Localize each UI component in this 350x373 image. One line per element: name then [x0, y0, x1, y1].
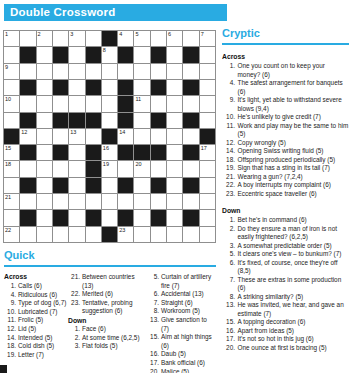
cryptic-across-list: 1.One you count on to keep your money? (…	[222, 62, 349, 198]
clue: 16.Daub (5)	[147, 350, 216, 359]
black-cell	[86, 210, 101, 225]
clue-text: He was invited, we hear, and gave an est…	[238, 301, 350, 318]
clue-text: It clears one's view – to bunkum? (7)	[238, 250, 350, 259]
clue: 6.It's fixed, of course, once they're of…	[222, 259, 349, 276]
clue-number: 18.	[4, 342, 16, 351]
white-cell[interactable]	[37, 227, 52, 242]
clue: 21.Between countries (13)	[68, 273, 147, 290]
black-cell	[151, 178, 166, 193]
clue-text: Flat folds (5)	[82, 342, 147, 351]
clue-text: Merited (6)	[82, 290, 147, 299]
clue-number: 14.	[4, 334, 16, 343]
black-cell	[118, 96, 133, 111]
black-cell	[151, 80, 166, 95]
white-cell[interactable]	[102, 194, 117, 209]
white-cell[interactable]	[69, 210, 84, 225]
white-cell[interactable]	[134, 210, 149, 225]
clue-number: 1.	[68, 325, 80, 334]
cell-number: 12	[21, 129, 27, 136]
clue-number: 12.	[222, 139, 235, 148]
clue-number: 19.	[4, 351, 16, 360]
white-cell[interactable]	[53, 96, 68, 111]
clue: 17.It's not so hot in this jug (6)	[222, 335, 349, 344]
white-cell[interactable]: 5	[134, 31, 149, 46]
cell-number: 11	[135, 96, 141, 103]
cryptic-across-label: Across	[222, 53, 349, 60]
cell-number: 10	[5, 96, 11, 103]
black-cell	[183, 145, 198, 160]
white-cell[interactable]	[69, 161, 84, 176]
black-cell	[118, 145, 133, 160]
clue-text: At some time (6,2,5)	[82, 334, 147, 343]
white-cell[interactable]	[134, 227, 149, 242]
clue-text: Daub (5)	[161, 350, 216, 359]
cell-number: 9	[5, 64, 8, 71]
cell-number: 6	[168, 31, 171, 38]
cell-number: 20	[135, 161, 141, 168]
clue-number: 1.	[4, 282, 16, 291]
black-cell	[53, 113, 68, 128]
white-cell[interactable]	[69, 80, 84, 95]
clue: 15.A topping decoration (6)	[222, 318, 349, 327]
white-cell[interactable]	[200, 80, 215, 95]
clue-number: 20.	[147, 368, 159, 373]
clue: 20.One ounce at first is bracing (5)	[222, 344, 349, 353]
white-cell[interactable]	[167, 113, 182, 128]
black-cell	[20, 113, 35, 128]
white-cell[interactable]	[102, 178, 117, 193]
white-cell[interactable]	[200, 96, 215, 111]
clue: 23.Eccentric space traveller (6)	[222, 190, 349, 199]
white-cell[interactable]	[37, 96, 52, 111]
clue-number: 11.	[4, 316, 16, 325]
white-cell[interactable]	[167, 161, 182, 176]
black-cell	[20, 178, 35, 193]
white-cell[interactable]	[151, 227, 166, 242]
white-cell[interactable]: 1	[4, 31, 19, 46]
clue: 19.Sign that has a sting in its tail (7)	[222, 164, 349, 173]
cell-number: 7	[201, 31, 204, 38]
white-cell[interactable]	[200, 64, 215, 79]
white-cell[interactable]	[151, 161, 166, 176]
white-cell[interactable]: 2	[37, 31, 52, 46]
white-cell[interactable]	[53, 64, 68, 79]
clue: 8.Workroom (5)	[147, 307, 216, 316]
white-cell[interactable]: 10	[4, 96, 19, 111]
clue-number: 4.	[222, 79, 235, 96]
white-cell[interactable]	[200, 210, 215, 225]
clue-number: 23.	[222, 190, 235, 199]
white-cell[interactable]	[134, 47, 149, 62]
white-cell[interactable]	[151, 96, 166, 111]
white-cell[interactable]	[69, 194, 84, 209]
clue-text: Give sanction to (7)	[161, 316, 216, 333]
clue-number: 7.	[147, 299, 159, 308]
clue-number: 14.	[222, 147, 235, 156]
clue-number: 10.	[222, 113, 235, 122]
white-cell[interactable]	[37, 161, 52, 176]
white-cell[interactable]	[86, 64, 101, 79]
cell-number: 21	[5, 194, 11, 201]
clue-number: 18.	[222, 156, 235, 165]
clue-text: It's fixed, of course, once they're off …	[238, 259, 350, 276]
white-cell[interactable]: 19	[102, 161, 117, 176]
clue-number: 22.	[68, 290, 80, 299]
clue-number: 19.	[222, 164, 235, 173]
clue-text: Bet he's in command (6)	[238, 216, 350, 225]
white-cell[interactable]	[134, 178, 149, 193]
quick-heading: Quick	[4, 249, 216, 267]
white-cell[interactable]: 11	[134, 96, 149, 111]
white-cell[interactable]	[53, 161, 68, 176]
clue: 13.Give sanction to (7)	[147, 316, 216, 333]
white-cell[interactable]	[167, 227, 182, 242]
white-cell[interactable]	[200, 227, 215, 242]
clue: 12.Lid (5)	[4, 325, 68, 334]
cell-number: 22	[5, 227, 11, 234]
black-cell	[86, 113, 101, 128]
white-cell[interactable]	[69, 96, 84, 111]
cryptic-panel: Cryptic Across 1.One you count on to kee…	[222, 27, 349, 352]
white-cell[interactable]	[20, 64, 35, 79]
clue: 23.Tentative, probing suggestion (6)	[68, 299, 147, 316]
clue: 18.Cold dish (5)	[4, 342, 68, 351]
black-cell	[53, 210, 68, 225]
cell-number: 18	[5, 161, 11, 168]
white-cell[interactable]	[37, 145, 52, 160]
clue-text: Letter (7)	[18, 351, 68, 360]
white-cell[interactable]	[200, 113, 215, 128]
white-cell[interactable]	[86, 31, 101, 46]
clue-text: The safest arrangement for banquets (6)	[238, 79, 350, 96]
clue: 11.Work and play may be the same to him …	[222, 122, 349, 139]
clue-number: 20.	[222, 344, 235, 353]
clue-text: One ounce at first is bracing (5)	[238, 344, 350, 353]
clue-number: 3.	[222, 242, 235, 251]
white-cell[interactable]	[167, 129, 182, 144]
white-cell[interactable]	[37, 129, 52, 144]
white-cell[interactable]	[200, 47, 215, 62]
clue: 7.These are extras in some production (6…	[222, 276, 349, 293]
white-cell[interactable]: 7	[200, 31, 215, 46]
clue-number: 5.	[147, 273, 159, 290]
white-cell[interactable]	[53, 129, 68, 144]
white-cell[interactable]: 12	[20, 129, 35, 144]
black-cell	[183, 113, 198, 128]
clue-text: Bank official (6)	[161, 359, 216, 368]
white-cell[interactable]	[134, 129, 149, 144]
white-cell[interactable]	[20, 161, 35, 176]
white-cell[interactable]	[183, 129, 198, 144]
white-cell[interactable]	[200, 194, 215, 209]
cell-number: 14	[119, 129, 125, 136]
black-cell	[86, 80, 101, 95]
white-cell[interactable]	[134, 194, 149, 209]
clue-number: 22.	[222, 181, 235, 190]
white-cell[interactable]	[167, 80, 182, 95]
black-cell	[118, 210, 133, 225]
clue-text: These are extras in some production (6)	[238, 276, 350, 293]
cell-number: 13	[70, 129, 76, 136]
clue-text: Do they ensure a man of iron is not easi…	[238, 225, 350, 242]
cell-number: 15	[5, 145, 11, 152]
clue-text: Face (6)	[82, 325, 147, 334]
clue-number: 16.	[222, 327, 235, 336]
white-cell[interactable]	[118, 64, 133, 79]
clue-text: Between countries (13)	[82, 273, 147, 290]
white-cell[interactable]	[69, 227, 84, 242]
white-cell[interactable]: 8	[102, 47, 117, 62]
clue: 9.Type of dog (6,7)	[4, 299, 68, 308]
clue-text: Wearing a gun? (7,2,4)	[238, 173, 350, 182]
white-cell[interactable]	[167, 178, 182, 193]
white-cell[interactable]	[20, 194, 35, 209]
white-cell[interactable]	[200, 161, 215, 176]
white-cell[interactable]	[37, 210, 52, 225]
clue-text: He's unlikely to give credit (7)	[238, 113, 350, 122]
white-cell[interactable]	[37, 178, 52, 193]
white-cell[interactable]	[151, 129, 166, 144]
clue: 4.The safest arrangement for banquets (6…	[222, 79, 349, 96]
white-cell[interactable]: 18	[4, 161, 19, 176]
title-bar: Double Crossword	[4, 4, 227, 21]
white-cell[interactable]	[167, 210, 182, 225]
clue-number: 6.	[147, 290, 159, 299]
clue: 13.He was invited, we hear, and gave an …	[222, 301, 349, 318]
clue-number: 8.	[222, 293, 235, 302]
white-cell[interactable]	[102, 113, 117, 128]
white-cell[interactable]	[102, 64, 117, 79]
clue-number: 9.	[4, 299, 16, 308]
white-cell[interactable]: 21	[4, 194, 19, 209]
white-cell[interactable]	[86, 227, 101, 242]
black-cell	[118, 178, 133, 193]
clue: 3.A somewhat predictable order (5)	[222, 242, 349, 251]
clue-number: 12.	[4, 325, 16, 334]
clue: 15.Aim at high things (6)	[147, 333, 216, 350]
clue: 20.Malice (5)	[147, 368, 216, 373]
white-cell[interactable]	[167, 96, 182, 111]
cell-number: 2	[38, 31, 41, 38]
crossword-grid[interactable]: 1234567891011121314151617181920212223	[3, 30, 216, 243]
clue-number: 9.	[222, 96, 235, 113]
white-cell[interactable]	[183, 96, 198, 111]
black-cell	[183, 178, 198, 193]
black-cell	[102, 31, 117, 46]
black-cell	[69, 113, 84, 128]
white-cell[interactable]	[4, 47, 19, 62]
white-cell[interactable]: 14	[118, 129, 133, 144]
white-cell[interactable]	[53, 227, 68, 242]
white-cell[interactable]	[20, 31, 35, 46]
black-cell	[118, 113, 133, 128]
white-cell[interactable]	[134, 80, 149, 95]
white-cell[interactable]	[102, 210, 117, 225]
white-cell[interactable]	[102, 80, 117, 95]
white-cell[interactable]	[20, 96, 35, 111]
white-cell[interactable]	[53, 31, 68, 46]
clue: 5.Curtain of artillery fire (7)	[147, 273, 216, 290]
cryptic-down-label: Down	[222, 207, 349, 214]
clue-text: A somewhat predictable order (5)	[238, 242, 350, 251]
clue-text: Calls (6)	[18, 282, 68, 291]
white-cell[interactable]	[69, 145, 84, 160]
clue: 9.It's light, yet able to withstand seve…	[222, 96, 349, 113]
white-cell[interactable]	[69, 178, 84, 193]
white-cell[interactable]	[4, 80, 19, 95]
clue-number: 7.	[222, 276, 235, 293]
white-cell[interactable]	[102, 96, 117, 111]
black-cell	[20, 47, 35, 62]
clue-text: Straight (6)	[161, 299, 216, 308]
clue: 16.Apart from ideas (5)	[222, 327, 349, 336]
white-cell[interactable]: 3	[69, 31, 84, 46]
white-cell[interactable]	[69, 47, 84, 62]
white-cell[interactable]	[86, 194, 101, 209]
white-cell[interactable]	[134, 64, 149, 79]
black-cell	[4, 129, 19, 144]
black-cell	[102, 227, 117, 242]
white-cell[interactable]	[167, 194, 182, 209]
white-cell[interactable]: 13	[69, 129, 84, 144]
clue-text: Eccentric space traveller (6)	[238, 190, 350, 199]
white-cell[interactable]	[37, 64, 52, 79]
black-cell	[151, 47, 166, 62]
white-cell[interactable]	[151, 64, 166, 79]
quick-down-list: 1.Face (6)2.At some time (6,2,5)3.Flat f…	[68, 325, 147, 351]
clue-text: It's light, yet able to withstand severe…	[238, 96, 350, 113]
clue: 10.Lubricated (7)	[4, 308, 68, 317]
clue: 1.Calls (6)	[4, 282, 68, 291]
white-cell[interactable]	[118, 161, 133, 176]
white-cell[interactable]	[183, 161, 198, 176]
clue: 2.Do they ensure a man of iron is not ea…	[222, 225, 349, 242]
white-cell[interactable]	[118, 194, 133, 209]
clue-text: A topping decoration (6)	[238, 318, 350, 327]
clue-text: Opening Swiss writing fluid (5)	[238, 147, 350, 156]
clue-text: Curtain of artillery fire (7)	[161, 273, 216, 290]
clue-number: 17.	[147, 359, 159, 368]
quick-down-label: Down	[68, 317, 147, 324]
clue-number: 17.	[222, 335, 235, 344]
clue-number: 21.	[222, 173, 235, 182]
clue-text: Sign that has a sting in its tail (7)	[238, 164, 350, 173]
clue-number: 3.	[68, 342, 80, 351]
black-cell	[20, 80, 35, 95]
clue-text: Lubricated (7)	[18, 308, 68, 317]
white-cell[interactable]	[167, 47, 182, 62]
white-cell[interactable]	[20, 227, 35, 242]
clue: 7.Straight (6)	[147, 299, 216, 308]
white-cell[interactable]: 15	[4, 145, 19, 160]
clue: 10.He's unlikely to give credit (7)	[222, 113, 349, 122]
clue-number: 1.	[222, 216, 235, 225]
black-cell	[151, 210, 166, 225]
white-cell[interactable]: 16	[102, 145, 117, 160]
clue-number: 2.	[68, 334, 80, 343]
clue-number: 6.	[222, 259, 235, 276]
white-cell[interactable]	[183, 64, 198, 79]
white-cell[interactable]	[37, 80, 52, 95]
white-cell[interactable]	[4, 210, 19, 225]
clue: 21.Wearing a gun? (7,2,4)	[222, 173, 349, 182]
white-cell[interactable]	[167, 64, 182, 79]
white-cell[interactable]	[4, 113, 19, 128]
black-cell	[183, 80, 198, 95]
cell-number: 5	[135, 31, 138, 38]
white-cell[interactable]: 23	[118, 227, 133, 242]
clue-text: Apart from ideas (5)	[238, 327, 350, 336]
black-cell	[53, 47, 68, 62]
white-cell[interactable]	[37, 113, 52, 128]
white-cell[interactable]	[53, 194, 68, 209]
clue: 8.A striking similarity? (5)	[222, 293, 349, 302]
black-cell	[86, 178, 101, 193]
clue: 18.Offspring produced periodically (5)	[222, 156, 349, 165]
white-cell[interactable]	[134, 113, 149, 128]
cell-number: 4	[119, 31, 122, 38]
clue: 17.Bank official (6)	[147, 359, 216, 368]
quick-column-1: Across 1.Calls (6)4.Ridiculous (6)9.Type…	[4, 273, 68, 373]
white-cell[interactable]: 4	[118, 31, 133, 46]
white-cell[interactable]	[167, 145, 182, 160]
cell-number: 23	[119, 227, 125, 234]
white-cell[interactable]	[183, 31, 198, 46]
clue-text: Ridiculous (6)	[18, 291, 68, 300]
white-cell[interactable]: 17	[200, 145, 215, 160]
white-cell[interactable]	[183, 194, 198, 209]
clue: 12.Copy wrongly (5)	[222, 139, 349, 148]
black-cell	[151, 145, 166, 160]
white-cell[interactable]	[69, 64, 84, 79]
black-cell	[118, 80, 133, 95]
black-cell	[53, 178, 68, 193]
quick-panel: Quick Across 1.Calls (6)4.Ridiculous (6)…	[4, 249, 216, 373]
clue-number: 23.	[68, 299, 80, 316]
white-cell[interactable]: 9	[4, 64, 19, 79]
clue-text: Type of dog (6,7)	[18, 299, 68, 308]
white-cell[interactable]	[86, 96, 101, 111]
clue-text: Frolic (5)	[18, 316, 68, 325]
cryptic-down-list: 1.Bet he's in command (6)2.Do they ensur…	[222, 216, 349, 352]
white-cell[interactable]	[183, 227, 198, 242]
white-cell[interactable]	[37, 47, 52, 62]
white-cell[interactable]: 20	[134, 161, 149, 176]
clue-text: A boy interrupts my complaint (6)	[238, 181, 350, 190]
clue-text: It's not so hot in this jug (6)	[238, 335, 350, 344]
white-cell[interactable]	[151, 194, 166, 209]
clue: 6.Accidental (13)	[147, 290, 216, 299]
white-cell[interactable]: 22	[4, 227, 19, 242]
page-corner-artifact	[0, 365, 7, 373]
quick-across-list: 1.Calls (6)4.Ridiculous (6)9.Type of dog…	[4, 282, 68, 359]
white-cell[interactable]: 6	[167, 31, 182, 46]
cell-number: 19	[103, 161, 109, 168]
white-cell[interactable]	[86, 129, 101, 144]
white-cell[interactable]	[4, 178, 19, 193]
cell-number: 8	[103, 47, 106, 54]
clue-text: Lid (5)	[18, 325, 68, 334]
quick-across-label: Across	[4, 273, 68, 280]
clue-text: Offspring produced periodically (5)	[238, 156, 350, 165]
clue: 11.Frolic (5)	[4, 316, 68, 325]
clue: 19.Letter (7)	[4, 351, 68, 360]
white-cell[interactable]	[200, 178, 215, 193]
white-cell[interactable]	[37, 194, 52, 209]
clue-text: Malice (5)	[161, 368, 216, 373]
clue-text: Copy wrongly (5)	[238, 139, 350, 148]
white-cell[interactable]	[151, 31, 166, 46]
